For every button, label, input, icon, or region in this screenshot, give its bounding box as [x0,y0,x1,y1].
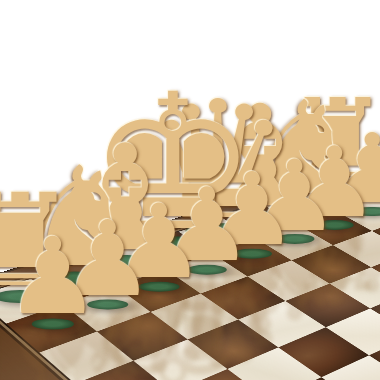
piece-layer: ♜♜♞♞♝♝♚♚♛♛♝♝♞♞♜♜♟♟♟♟♟♟♟♟♟♟♟♟♟♟♟♟ [0,0,380,380]
piece-glyph: ♟ [5,224,100,330]
product-photo-stage: Light boxwood Staunton chess pieces with… [0,0,380,380]
